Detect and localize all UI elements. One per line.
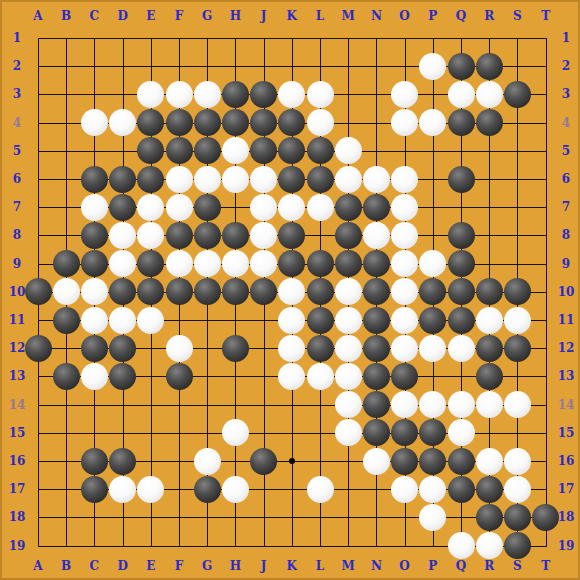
column-label-top-a: A bbox=[26, 8, 50, 24]
black-stone-f4[interactable] bbox=[166, 109, 193, 136]
black-stone-q17[interactable] bbox=[448, 476, 475, 503]
white-stone-q12[interactable] bbox=[448, 335, 475, 362]
white-stone-e11[interactable] bbox=[137, 307, 164, 334]
black-stone-d7[interactable] bbox=[109, 194, 136, 221]
column-label-bottom-g: G bbox=[195, 558, 219, 574]
black-stone-q6[interactable] bbox=[448, 166, 475, 193]
row-label-right-9: 9 bbox=[554, 256, 578, 272]
black-stone-h8[interactable] bbox=[222, 222, 249, 249]
black-stone-r17[interactable] bbox=[476, 476, 503, 503]
column-label-bottom-a: A bbox=[26, 558, 50, 574]
column-label-top-s: S bbox=[505, 8, 529, 24]
white-stone-l4[interactable] bbox=[307, 109, 334, 136]
black-stone-g7[interactable] bbox=[194, 194, 221, 221]
black-stone-g10[interactable] bbox=[194, 278, 221, 305]
black-stone-q4[interactable] bbox=[448, 109, 475, 136]
white-stone-n8[interactable] bbox=[363, 222, 390, 249]
black-stone-f8[interactable] bbox=[166, 222, 193, 249]
column-label-bottom-n: N bbox=[364, 558, 388, 574]
white-stone-r19[interactable] bbox=[476, 532, 503, 559]
row-label-left-6: 6 bbox=[5, 171, 29, 187]
white-stone-d17[interactable] bbox=[109, 476, 136, 503]
black-stone-s3[interactable] bbox=[504, 81, 531, 108]
white-stone-h5[interactable] bbox=[222, 137, 249, 164]
white-stone-m14[interactable] bbox=[335, 391, 362, 418]
column-label-bottom-j: J bbox=[252, 558, 276, 574]
white-stone-j8[interactable] bbox=[250, 222, 277, 249]
white-stone-r14[interactable] bbox=[476, 391, 503, 418]
row-label-right-7: 7 bbox=[554, 199, 578, 215]
white-stone-l17[interactable] bbox=[307, 476, 334, 503]
black-stone-d6[interactable] bbox=[109, 166, 136, 193]
white-stone-f9[interactable] bbox=[166, 250, 193, 277]
column-label-bottom-e: E bbox=[139, 558, 163, 574]
column-label-top-t: T bbox=[534, 8, 558, 24]
white-stone-d4[interactable] bbox=[109, 109, 136, 136]
white-stone-m6[interactable] bbox=[335, 166, 362, 193]
white-stone-p18[interactable] bbox=[419, 504, 446, 531]
column-label-top-e: E bbox=[139, 8, 163, 24]
white-stone-m12[interactable] bbox=[335, 335, 362, 362]
black-stone-d13[interactable] bbox=[109, 363, 136, 390]
white-stone-o3[interactable] bbox=[391, 81, 418, 108]
white-stone-p17[interactable] bbox=[419, 476, 446, 503]
white-stone-c10[interactable] bbox=[81, 278, 108, 305]
white-stone-o9[interactable] bbox=[391, 250, 418, 277]
white-stone-o17[interactable] bbox=[391, 476, 418, 503]
black-stone-q16[interactable] bbox=[448, 448, 475, 475]
white-stone-o6[interactable] bbox=[391, 166, 418, 193]
black-stone-h10[interactable] bbox=[222, 278, 249, 305]
row-label-left-16: 16 bbox=[5, 453, 29, 469]
column-label-top-d: D bbox=[111, 8, 135, 24]
column-label-bottom-k: K bbox=[280, 558, 304, 574]
black-stone-t18[interactable] bbox=[532, 504, 559, 531]
row-label-right-4: 4 bbox=[554, 115, 578, 131]
white-stone-c13[interactable] bbox=[81, 363, 108, 390]
black-stone-b13[interactable] bbox=[53, 363, 80, 390]
row-label-right-6: 6 bbox=[554, 171, 578, 187]
black-stone-c6[interactable] bbox=[81, 166, 108, 193]
column-label-bottom-m: M bbox=[336, 558, 360, 574]
white-stone-k11[interactable] bbox=[278, 307, 305, 334]
black-stone-m9[interactable] bbox=[335, 250, 362, 277]
black-stone-n12[interactable] bbox=[363, 335, 390, 362]
black-stone-s18[interactable] bbox=[504, 504, 531, 531]
column-label-bottom-c: C bbox=[82, 558, 106, 574]
row-label-left-15: 15 bbox=[5, 425, 29, 441]
column-label-bottom-d: D bbox=[111, 558, 135, 574]
column-label-bottom-h: H bbox=[223, 558, 247, 574]
black-stone-c8[interactable] bbox=[81, 222, 108, 249]
column-label-bottom-b: B bbox=[54, 558, 78, 574]
row-label-right-14: 14 bbox=[554, 397, 578, 413]
white-stone-q3[interactable] bbox=[448, 81, 475, 108]
white-stone-e7[interactable] bbox=[137, 194, 164, 221]
white-stone-q19[interactable] bbox=[448, 532, 475, 559]
white-stone-m13[interactable] bbox=[335, 363, 362, 390]
go-board[interactable]: AABBCCDDEEFFGGHHJJKKLLMMNNOOPPQQRRSSTT11… bbox=[2, 2, 578, 578]
black-stone-q8[interactable] bbox=[448, 222, 475, 249]
black-stone-s19[interactable] bbox=[504, 532, 531, 559]
row-label-right-19: 19 bbox=[554, 538, 578, 554]
black-stone-d16[interactable] bbox=[109, 448, 136, 475]
row-label-right-12: 12 bbox=[554, 340, 578, 356]
white-stone-s11[interactable] bbox=[504, 307, 531, 334]
white-stone-f12[interactable] bbox=[166, 335, 193, 362]
black-stone-s10[interactable] bbox=[504, 278, 531, 305]
column-label-bottom-q: Q bbox=[449, 558, 473, 574]
black-stone-r12[interactable] bbox=[476, 335, 503, 362]
black-stone-s12[interactable] bbox=[504, 335, 531, 362]
row-label-right-8: 8 bbox=[554, 227, 578, 243]
white-stone-m10[interactable] bbox=[335, 278, 362, 305]
white-stone-f3[interactable] bbox=[166, 81, 193, 108]
row-label-right-10: 10 bbox=[554, 284, 578, 300]
white-stone-l7[interactable] bbox=[307, 194, 334, 221]
row-label-right-2: 2 bbox=[554, 58, 578, 74]
black-stone-h4[interactable] bbox=[222, 109, 249, 136]
black-stone-c9[interactable] bbox=[81, 250, 108, 277]
black-stone-c17[interactable] bbox=[81, 476, 108, 503]
white-stone-q15[interactable] bbox=[448, 419, 475, 446]
white-stone-r11[interactable] bbox=[476, 307, 503, 334]
white-stone-s14[interactable] bbox=[504, 391, 531, 418]
white-stone-g16[interactable] bbox=[194, 448, 221, 475]
black-stone-g17[interactable] bbox=[194, 476, 221, 503]
white-stone-e3[interactable] bbox=[137, 81, 164, 108]
column-label-top-o: O bbox=[393, 8, 417, 24]
column-label-top-j: J bbox=[252, 8, 276, 24]
black-stone-l12[interactable] bbox=[307, 335, 334, 362]
row-label-left-18: 18 bbox=[5, 509, 29, 525]
white-stone-p2[interactable] bbox=[419, 53, 446, 80]
white-stone-d9[interactable] bbox=[109, 250, 136, 277]
row-label-left-11: 11 bbox=[5, 312, 29, 328]
black-stone-g5[interactable] bbox=[194, 137, 221, 164]
black-stone-l9[interactable] bbox=[307, 250, 334, 277]
black-stone-h12[interactable] bbox=[222, 335, 249, 362]
column-label-bottom-r: R bbox=[477, 558, 501, 574]
black-stone-n13[interactable] bbox=[363, 363, 390, 390]
row-label-left-7: 7 bbox=[5, 199, 29, 215]
white-stone-n16[interactable] bbox=[363, 448, 390, 475]
white-stone-r16[interactable] bbox=[476, 448, 503, 475]
white-stone-r3[interactable] bbox=[476, 81, 503, 108]
white-stone-e17[interactable] bbox=[137, 476, 164, 503]
row-label-right-11: 11 bbox=[554, 312, 578, 328]
column-label-top-f: F bbox=[167, 8, 191, 24]
black-stone-q10[interactable] bbox=[448, 278, 475, 305]
black-stone-j16[interactable] bbox=[250, 448, 277, 475]
black-stone-b11[interactable] bbox=[53, 307, 80, 334]
black-stone-n7[interactable] bbox=[363, 194, 390, 221]
black-stone-p16[interactable] bbox=[419, 448, 446, 475]
row-label-right-13: 13 bbox=[554, 368, 578, 384]
black-stone-o16[interactable] bbox=[391, 448, 418, 475]
black-stone-j4[interactable] bbox=[250, 109, 277, 136]
black-stone-h3[interactable] bbox=[222, 81, 249, 108]
white-stone-s17[interactable] bbox=[504, 476, 531, 503]
black-stone-r4[interactable] bbox=[476, 109, 503, 136]
white-stone-m11[interactable] bbox=[335, 307, 362, 334]
column-label-bottom-f: F bbox=[167, 558, 191, 574]
column-label-bottom-t: T bbox=[534, 558, 558, 574]
black-stone-k6[interactable] bbox=[278, 166, 305, 193]
white-stone-o14[interactable] bbox=[391, 391, 418, 418]
black-stone-j3[interactable] bbox=[250, 81, 277, 108]
row-label-left-2: 2 bbox=[5, 58, 29, 74]
black-stone-m8[interactable] bbox=[335, 222, 362, 249]
white-stone-p12[interactable] bbox=[419, 335, 446, 362]
black-stone-e6[interactable] bbox=[137, 166, 164, 193]
black-stone-l5[interactable] bbox=[307, 137, 334, 164]
column-label-top-c: C bbox=[82, 8, 106, 24]
white-stone-k7[interactable] bbox=[278, 194, 305, 221]
black-stone-c12[interactable] bbox=[81, 335, 108, 362]
white-stone-o4[interactable] bbox=[391, 109, 418, 136]
white-stone-n6[interactable] bbox=[363, 166, 390, 193]
row-label-left-4: 4 bbox=[5, 115, 29, 131]
white-stone-b10[interactable] bbox=[53, 278, 80, 305]
white-stone-m5[interactable] bbox=[335, 137, 362, 164]
black-stone-k8[interactable] bbox=[278, 222, 305, 249]
row-label-left-14: 14 bbox=[5, 397, 29, 413]
white-stone-c7[interactable] bbox=[81, 194, 108, 221]
white-stone-d8[interactable] bbox=[109, 222, 136, 249]
white-stone-k13[interactable] bbox=[278, 363, 305, 390]
white-stone-c11[interactable] bbox=[81, 307, 108, 334]
row-label-left-9: 9 bbox=[5, 256, 29, 272]
row-label-left-5: 5 bbox=[5, 143, 29, 159]
white-stone-h15[interactable] bbox=[222, 419, 249, 446]
row-label-right-16: 16 bbox=[554, 453, 578, 469]
black-stone-g8[interactable] bbox=[194, 222, 221, 249]
column-label-top-g: G bbox=[195, 8, 219, 24]
white-stone-j6[interactable] bbox=[250, 166, 277, 193]
white-stone-e8[interactable] bbox=[137, 222, 164, 249]
black-stone-r13[interactable] bbox=[476, 363, 503, 390]
white-stone-g3[interactable] bbox=[194, 81, 221, 108]
row-label-right-5: 5 bbox=[554, 143, 578, 159]
column-label-bottom-l: L bbox=[308, 558, 332, 574]
white-stone-k12[interactable] bbox=[278, 335, 305, 362]
white-stone-m15[interactable] bbox=[335, 419, 362, 446]
row-label-left-17: 17 bbox=[5, 481, 29, 497]
white-stone-d11[interactable] bbox=[109, 307, 136, 334]
column-label-top-p: P bbox=[421, 8, 445, 24]
column-label-top-l: L bbox=[308, 8, 332, 24]
white-stone-o11[interactable] bbox=[391, 307, 418, 334]
row-label-right-1: 1 bbox=[554, 30, 578, 46]
black-stone-g4[interactable] bbox=[194, 109, 221, 136]
column-label-bottom-o: O bbox=[393, 558, 417, 574]
black-stone-n9[interactable] bbox=[363, 250, 390, 277]
row-label-right-3: 3 bbox=[554, 86, 578, 102]
black-stone-p11[interactable] bbox=[419, 307, 446, 334]
black-stone-r2[interactable] bbox=[476, 53, 503, 80]
row-label-right-15: 15 bbox=[554, 425, 578, 441]
black-stone-f10[interactable] bbox=[166, 278, 193, 305]
column-label-top-h: H bbox=[223, 8, 247, 24]
black-stone-r10[interactable] bbox=[476, 278, 503, 305]
white-stone-h17[interactable] bbox=[222, 476, 249, 503]
white-stone-c4[interactable] bbox=[81, 109, 108, 136]
white-stone-s16[interactable] bbox=[504, 448, 531, 475]
white-stone-j7[interactable] bbox=[250, 194, 277, 221]
black-stone-n15[interactable] bbox=[363, 419, 390, 446]
star-point-k16 bbox=[289, 458, 295, 464]
row-label-left-13: 13 bbox=[5, 368, 29, 384]
column-label-bottom-p: P bbox=[421, 558, 445, 574]
column-label-top-r: R bbox=[477, 8, 501, 24]
row-label-left-8: 8 bbox=[5, 227, 29, 243]
white-stone-o8[interactable] bbox=[391, 222, 418, 249]
black-stone-c16[interactable] bbox=[81, 448, 108, 475]
go-board-frame: AABBCCDDEEFFGGHHJJKKLLMMNNOOPPQQRRSSTT11… bbox=[0, 0, 580, 580]
white-stone-l13[interactable] bbox=[307, 363, 334, 390]
white-stone-f7[interactable] bbox=[166, 194, 193, 221]
white-stone-g9[interactable] bbox=[194, 250, 221, 277]
white-stone-h9[interactable] bbox=[222, 250, 249, 277]
black-stone-n14[interactable] bbox=[363, 391, 390, 418]
black-stone-l6[interactable] bbox=[307, 166, 334, 193]
black-stone-q11[interactable] bbox=[448, 307, 475, 334]
column-label-bottom-s: S bbox=[505, 558, 529, 574]
black-stone-m7[interactable] bbox=[335, 194, 362, 221]
black-stone-q2[interactable] bbox=[448, 53, 475, 80]
white-stone-h6[interactable] bbox=[222, 166, 249, 193]
black-stone-a10[interactable] bbox=[25, 278, 52, 305]
black-stone-a12[interactable] bbox=[25, 335, 52, 362]
column-label-top-n: N bbox=[364, 8, 388, 24]
black-stone-f13[interactable] bbox=[166, 363, 193, 390]
black-stone-l11[interactable] bbox=[307, 307, 334, 334]
white-stone-g6[interactable] bbox=[194, 166, 221, 193]
black-stone-b9[interactable] bbox=[53, 250, 80, 277]
black-stone-o13[interactable] bbox=[391, 363, 418, 390]
black-stone-n10[interactable] bbox=[363, 278, 390, 305]
white-stone-f6[interactable] bbox=[166, 166, 193, 193]
row-label-right-17: 17 bbox=[554, 481, 578, 497]
black-stone-l10[interactable] bbox=[307, 278, 334, 305]
black-stone-f5[interactable] bbox=[166, 137, 193, 164]
column-label-top-k: K bbox=[280, 8, 304, 24]
white-stone-o7[interactable] bbox=[391, 194, 418, 221]
column-label-top-b: B bbox=[54, 8, 78, 24]
column-label-top-q: Q bbox=[449, 8, 473, 24]
white-stone-l3[interactable] bbox=[307, 81, 334, 108]
row-label-left-3: 3 bbox=[5, 86, 29, 102]
white-stone-k3[interactable] bbox=[278, 81, 305, 108]
white-stone-q14[interactable] bbox=[448, 391, 475, 418]
row-label-left-1: 1 bbox=[5, 30, 29, 46]
black-stone-q9[interactable] bbox=[448, 250, 475, 277]
black-stone-d12[interactable] bbox=[109, 335, 136, 362]
row-label-left-19: 19 bbox=[5, 538, 29, 554]
black-stone-r18[interactable] bbox=[476, 504, 503, 531]
white-stone-o12[interactable] bbox=[391, 335, 418, 362]
white-stone-j9[interactable] bbox=[250, 250, 277, 277]
column-label-top-m: M bbox=[336, 8, 360, 24]
black-stone-n11[interactable] bbox=[363, 307, 390, 334]
